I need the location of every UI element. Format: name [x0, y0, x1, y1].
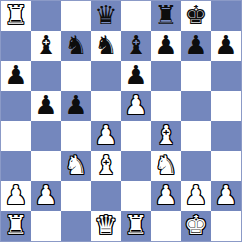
square-c7[interactable]: ♞: [61, 31, 91, 61]
chess-board: ♜♛♜♚♝♞♞♝♟♟♟♟♟♟♟♟♟♝♞♝♞♟♟♟♟♟♜♛♜♚: [0, 0, 242, 242]
square-b6[interactable]: [31, 61, 61, 91]
black-king-g8[interactable]: ♚: [184, 2, 207, 28]
black-queen-d8[interactable]: ♛: [94, 2, 117, 28]
square-f1[interactable]: [151, 211, 181, 241]
square-f7[interactable]: ♟: [151, 31, 181, 61]
square-h6[interactable]: [211, 61, 241, 91]
square-a5[interactable]: [1, 91, 31, 121]
white-rook-a8[interactable]: ♜: [4, 2, 27, 28]
square-a8[interactable]: ♜: [1, 1, 31, 31]
white-pawn-g2[interactable]: ♟: [184, 182, 207, 208]
white-pawn-d4[interactable]: ♟: [94, 122, 117, 148]
square-f3[interactable]: ♞: [151, 151, 181, 181]
white-pawn-h2[interactable]: ♟: [214, 182, 237, 208]
square-e7[interactable]: ♝: [121, 31, 151, 61]
square-a1[interactable]: ♜: [1, 211, 31, 241]
white-pawn-b2[interactable]: ♟: [34, 182, 57, 208]
square-d3[interactable]: ♝: [91, 151, 121, 181]
black-pawn-a6[interactable]: ♟: [4, 62, 27, 88]
square-e1[interactable]: ♜: [121, 211, 151, 241]
square-f6[interactable]: [151, 61, 181, 91]
white-bishop-f4[interactable]: ♝: [154, 122, 177, 148]
square-d5[interactable]: [91, 91, 121, 121]
black-pawn-b5[interactable]: ♟: [34, 92, 57, 118]
square-h3[interactable]: [211, 151, 241, 181]
square-d8[interactable]: ♛: [91, 1, 121, 31]
square-d1[interactable]: ♛: [91, 211, 121, 241]
white-queen-d1[interactable]: ♛: [94, 212, 117, 238]
square-e6[interactable]: ♟: [121, 61, 151, 91]
black-knight-d7[interactable]: ♞: [94, 32, 117, 58]
square-a3[interactable]: [1, 151, 31, 181]
square-a4[interactable]: [1, 121, 31, 151]
square-b1[interactable]: [31, 211, 61, 241]
square-c2[interactable]: [61, 181, 91, 211]
square-d7[interactable]: ♞: [91, 31, 121, 61]
white-bishop-d3[interactable]: ♝: [94, 152, 117, 178]
square-b7[interactable]: ♝: [31, 31, 61, 61]
square-f8[interactable]: ♜: [151, 1, 181, 31]
square-c6[interactable]: [61, 61, 91, 91]
square-e5[interactable]: ♟: [121, 91, 151, 121]
square-b3[interactable]: [31, 151, 61, 181]
square-b5[interactable]: ♟: [31, 91, 61, 121]
square-g7[interactable]: ♟: [181, 31, 211, 61]
square-d4[interactable]: ♟: [91, 121, 121, 151]
square-a2[interactable]: ♟: [1, 181, 31, 211]
square-g2[interactable]: ♟: [181, 181, 211, 211]
square-g1[interactable]: ♚: [181, 211, 211, 241]
square-d6[interactable]: [91, 61, 121, 91]
square-e3[interactable]: [121, 151, 151, 181]
square-d2[interactable]: [91, 181, 121, 211]
square-a6[interactable]: ♟: [1, 61, 31, 91]
square-a7[interactable]: [1, 31, 31, 61]
square-f2[interactable]: ♟: [151, 181, 181, 211]
square-c4[interactable]: [61, 121, 91, 151]
square-c3[interactable]: ♞: [61, 151, 91, 181]
black-pawn-f7[interactable]: ♟: [154, 32, 177, 58]
square-f4[interactable]: ♝: [151, 121, 181, 151]
square-g8[interactable]: ♚: [181, 1, 211, 31]
square-c1[interactable]: [61, 211, 91, 241]
black-rook-f8[interactable]: ♜: [154, 2, 177, 28]
square-c8[interactable]: [61, 1, 91, 31]
square-e2[interactable]: [121, 181, 151, 211]
square-h1[interactable]: [211, 211, 241, 241]
white-rook-a1[interactable]: ♜: [4, 212, 27, 238]
white-rook-e1[interactable]: ♜: [124, 212, 147, 238]
square-b2[interactable]: ♟: [31, 181, 61, 211]
square-g4[interactable]: [181, 121, 211, 151]
black-pawn-h7[interactable]: ♟: [214, 32, 237, 58]
square-b8[interactable]: [31, 1, 61, 31]
square-h5[interactable]: [211, 91, 241, 121]
square-h7[interactable]: ♟: [211, 31, 241, 61]
black-knight-c7[interactable]: ♞: [64, 32, 87, 58]
square-e4[interactable]: [121, 121, 151, 151]
square-h4[interactable]: [211, 121, 241, 151]
black-pawn-g7[interactable]: ♟: [184, 32, 207, 58]
black-bishop-b7[interactable]: ♝: [34, 32, 57, 58]
white-knight-f3[interactable]: ♞: [154, 152, 177, 178]
white-knight-c3[interactable]: ♞: [64, 152, 87, 178]
square-g6[interactable]: [181, 61, 211, 91]
white-pawn-e5[interactable]: ♟: [124, 92, 147, 118]
square-f5[interactable]: [151, 91, 181, 121]
black-pawn-e6[interactable]: ♟: [124, 62, 147, 88]
square-g3[interactable]: [181, 151, 211, 181]
black-bishop-e7[interactable]: ♝: [124, 32, 147, 58]
square-h2[interactable]: ♟: [211, 181, 241, 211]
square-h8[interactable]: [211, 1, 241, 31]
white-pawn-a2[interactable]: ♟: [4, 182, 27, 208]
white-pawn-f2[interactable]: ♟: [154, 182, 177, 208]
black-pawn-c5[interactable]: ♟: [64, 92, 87, 118]
square-e8[interactable]: [121, 1, 151, 31]
square-b4[interactable]: [31, 121, 61, 151]
square-c5[interactable]: ♟: [61, 91, 91, 121]
white-king-g1[interactable]: ♚: [184, 212, 207, 238]
square-g5[interactable]: [181, 91, 211, 121]
